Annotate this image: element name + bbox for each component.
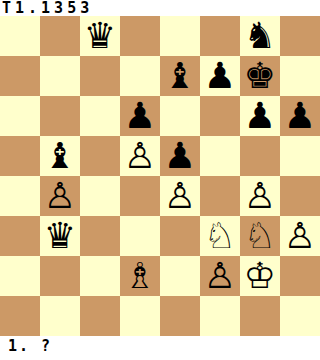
square-d7[interactable] — [120, 56, 160, 96]
square-e6[interactable] — [160, 96, 200, 136]
square-f7[interactable]: ♟ — [200, 56, 240, 96]
square-b4[interactable]: ♙ — [40, 176, 80, 216]
square-g3[interactable]: ♘ — [240, 216, 280, 256]
square-f5[interactable] — [200, 136, 240, 176]
white-pawn-piece: ♙ — [240, 176, 280, 216]
square-d4[interactable] — [120, 176, 160, 216]
black-pawn-piece: ♟ — [200, 56, 240, 96]
white-pawn-piece: ♙ — [120, 136, 160, 176]
square-f6[interactable] — [200, 96, 240, 136]
square-h4[interactable] — [280, 176, 320, 216]
square-g2[interactable]: ♔ — [240, 256, 280, 296]
chess-board: ♛♞♝♟♚♟♟♟♝♙♟♙♙♙♛♘♘♙♗♙♔ — [0, 16, 320, 336]
square-h8[interactable] — [280, 16, 320, 56]
move-prompt: 1. ? — [8, 338, 52, 354]
square-a6[interactable] — [0, 96, 40, 136]
square-a8[interactable] — [0, 16, 40, 56]
square-g4[interactable]: ♙ — [240, 176, 280, 216]
square-e3[interactable] — [160, 216, 200, 256]
white-pawn-piece: ♙ — [40, 176, 80, 216]
square-e7[interactable]: ♝ — [160, 56, 200, 96]
square-a4[interactable] — [0, 176, 40, 216]
square-d3[interactable] — [120, 216, 160, 256]
square-h7[interactable] — [280, 56, 320, 96]
square-b6[interactable] — [40, 96, 80, 136]
square-d1[interactable] — [120, 296, 160, 336]
square-g5[interactable] — [240, 136, 280, 176]
square-h6[interactable]: ♟ — [280, 96, 320, 136]
square-g6[interactable]: ♟ — [240, 96, 280, 136]
square-a3[interactable] — [0, 216, 40, 256]
square-h2[interactable] — [280, 256, 320, 296]
square-a5[interactable] — [0, 136, 40, 176]
square-e4[interactable]: ♙ — [160, 176, 200, 216]
white-bishop-piece: ♗ — [120, 256, 160, 296]
black-pawn-piece: ♟ — [160, 136, 200, 176]
black-queen-piece: ♛ — [80, 16, 120, 56]
square-c7[interactable] — [80, 56, 120, 96]
square-h5[interactable] — [280, 136, 320, 176]
black-knight-piece: ♞ — [240, 16, 280, 56]
square-a1[interactable] — [0, 296, 40, 336]
square-b5[interactable]: ♝ — [40, 136, 80, 176]
white-pawn-piece: ♙ — [280, 216, 320, 256]
puzzle-title: T1.1353 — [2, 0, 93, 16]
white-pawn-piece: ♙ — [160, 176, 200, 216]
black-king-piece: ♚ — [240, 56, 280, 96]
white-knight-piece: ♘ — [240, 216, 280, 256]
chess-puzzle-window: T1.1353 ♛♞♝♟♚♟♟♟♝♙♟♙♙♙♛♘♘♙♗♙♔ 1. ? — [0, 0, 320, 360]
black-bishop-piece: ♝ — [40, 136, 80, 176]
square-c2[interactable] — [80, 256, 120, 296]
square-c5[interactable] — [80, 136, 120, 176]
square-b8[interactable] — [40, 16, 80, 56]
square-h3[interactable]: ♙ — [280, 216, 320, 256]
square-d2[interactable]: ♗ — [120, 256, 160, 296]
square-g1[interactable] — [240, 296, 280, 336]
black-pawn-piece: ♟ — [240, 96, 280, 136]
black-bishop-piece: ♝ — [160, 56, 200, 96]
square-c8[interactable]: ♛ — [80, 16, 120, 56]
square-h1[interactable] — [280, 296, 320, 336]
square-d6[interactable]: ♟ — [120, 96, 160, 136]
square-e2[interactable] — [160, 256, 200, 296]
square-c3[interactable] — [80, 216, 120, 256]
square-g7[interactable]: ♚ — [240, 56, 280, 96]
square-e5[interactable]: ♟ — [160, 136, 200, 176]
square-f8[interactable] — [200, 16, 240, 56]
square-f3[interactable]: ♘ — [200, 216, 240, 256]
square-c6[interactable] — [80, 96, 120, 136]
square-e8[interactable] — [160, 16, 200, 56]
black-pawn-piece: ♟ — [120, 96, 160, 136]
square-b1[interactable] — [40, 296, 80, 336]
black-pawn-piece: ♟ — [280, 96, 320, 136]
square-a2[interactable] — [0, 256, 40, 296]
square-c1[interactable] — [80, 296, 120, 336]
square-b3[interactable]: ♛ — [40, 216, 80, 256]
white-pawn-piece: ♙ — [200, 256, 240, 296]
white-knight-piece: ♘ — [200, 216, 240, 256]
square-d5[interactable]: ♙ — [120, 136, 160, 176]
square-c4[interactable] — [80, 176, 120, 216]
square-f2[interactable]: ♙ — [200, 256, 240, 296]
black-queen-piece: ♛ — [40, 216, 80, 256]
white-king-piece: ♔ — [240, 256, 280, 296]
square-f1[interactable] — [200, 296, 240, 336]
square-b7[interactable] — [40, 56, 80, 96]
square-b2[interactable] — [40, 256, 80, 296]
square-d8[interactable] — [120, 16, 160, 56]
square-f4[interactable] — [200, 176, 240, 216]
square-a7[interactable] — [0, 56, 40, 96]
square-e1[interactable] — [160, 296, 200, 336]
square-g8[interactable]: ♞ — [240, 16, 280, 56]
